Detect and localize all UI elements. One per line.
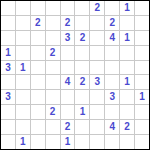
cell-r5c5[interactable]: [61, 61, 75, 75]
cell-r5c9[interactable]: [120, 61, 134, 75]
cell-r10c5[interactable]: 1: [61, 135, 75, 149]
cell-r10c1[interactable]: [1, 135, 15, 149]
cell-r1c8[interactable]: [105, 1, 119, 15]
cell-r3c1[interactable]: [1, 31, 15, 45]
cell-r4c3[interactable]: [31, 46, 45, 60]
cell-r4c5[interactable]: [61, 46, 75, 60]
cell-r7c3[interactable]: [31, 90, 45, 104]
cell-r4c9[interactable]: [120, 46, 134, 60]
cell-r10c10[interactable]: [135, 135, 149, 149]
cell-r5c4[interactable]: [46, 61, 60, 75]
cell-r8c8[interactable]: [105, 105, 119, 119]
cell-r1c7[interactable]: 2: [90, 1, 104, 15]
cell-r6c8[interactable]: [105, 75, 119, 89]
cell-r4c8[interactable]: [105, 46, 119, 60]
cell-r8c5[interactable]: [61, 105, 75, 119]
cell-r6c2[interactable]: [16, 75, 30, 89]
cell-r6c6[interactable]: 2: [75, 75, 89, 89]
cell-r4c10[interactable]: [135, 46, 149, 60]
cell-r7c1[interactable]: 3: [1, 90, 15, 104]
cell-r2c6[interactable]: [75, 16, 89, 30]
cell-r9c3[interactable]: [31, 120, 45, 134]
cell-r2c4[interactable]: [46, 16, 60, 30]
cell-r1c10[interactable]: [135, 1, 149, 15]
cell-r6c3[interactable]: [31, 75, 45, 89]
cell-r6c7[interactable]: 3: [90, 75, 104, 89]
cell-r4c4[interactable]: 2: [46, 46, 60, 60]
puzzle-board: 212223241123142313312124211: [0, 0, 150, 150]
cell-r9c2[interactable]: [16, 120, 30, 134]
cell-r1c5[interactable]: [61, 1, 75, 15]
cell-r1c6[interactable]: [75, 1, 89, 15]
cell-r8c2[interactable]: [16, 105, 30, 119]
cell-r9c4[interactable]: [46, 120, 60, 134]
cell-r5c3[interactable]: [31, 61, 45, 75]
cell-r8c4[interactable]: 2: [46, 105, 60, 119]
cell-r1c4[interactable]: [46, 1, 60, 15]
cell-r3c4[interactable]: [46, 31, 60, 45]
cell-r9c7[interactable]: [90, 120, 104, 134]
cell-r9c1[interactable]: [1, 120, 15, 134]
cell-r5c6[interactable]: [75, 61, 89, 75]
cell-r5c7[interactable]: [90, 61, 104, 75]
cell-r2c8[interactable]: 2: [105, 16, 119, 30]
cell-r4c1[interactable]: 1: [1, 46, 15, 60]
cell-r2c5[interactable]: 2: [61, 16, 75, 30]
cell-r9c10[interactable]: [135, 120, 149, 134]
cell-r9c8[interactable]: 4: [105, 120, 119, 134]
cell-r2c9[interactable]: [120, 16, 134, 30]
cell-r3c10[interactable]: [135, 31, 149, 45]
cell-r3c5[interactable]: 3: [61, 31, 75, 45]
cell-r5c10[interactable]: [135, 61, 149, 75]
cell-r7c2[interactable]: [16, 90, 30, 104]
cell-r1c3[interactable]: [31, 1, 45, 15]
cell-r10c2[interactable]: 1: [16, 135, 30, 149]
cell-r8c6[interactable]: 1: [75, 105, 89, 119]
cell-r8c10[interactable]: [135, 105, 149, 119]
cell-r2c1[interactable]: [1, 16, 15, 30]
cell-r7c9[interactable]: [120, 90, 134, 104]
cell-r10c3[interactable]: [31, 135, 45, 149]
cell-r6c4[interactable]: [46, 75, 60, 89]
cell-r8c9[interactable]: [120, 105, 134, 119]
cell-r4c6[interactable]: [75, 46, 89, 60]
cell-r5c2[interactable]: 1: [16, 61, 30, 75]
cell-r8c1[interactable]: [1, 105, 15, 119]
cell-r5c1[interactable]: 3: [1, 61, 15, 75]
cell-r7c10[interactable]: 1: [135, 90, 149, 104]
cell-r1c1[interactable]: [1, 1, 15, 15]
cell-r4c7[interactable]: [90, 46, 104, 60]
cell-r9c5[interactable]: 2: [61, 120, 75, 134]
cell-r1c9[interactable]: 1: [120, 1, 134, 15]
cell-r8c7[interactable]: [90, 105, 104, 119]
cell-r3c8[interactable]: 4: [105, 31, 119, 45]
cell-r10c4[interactable]: [46, 135, 60, 149]
cell-r6c1[interactable]: [1, 75, 15, 89]
cell-r2c2[interactable]: [16, 16, 30, 30]
cell-r3c2[interactable]: [16, 31, 30, 45]
cell-r6c10[interactable]: [135, 75, 149, 89]
cell-r9c6[interactable]: [75, 120, 89, 134]
cell-r7c6[interactable]: [75, 90, 89, 104]
cell-r7c7[interactable]: [90, 90, 104, 104]
cell-r9c9[interactable]: 2: [120, 120, 134, 134]
cell-r3c7[interactable]: [90, 31, 104, 45]
cell-r10c9[interactable]: [120, 135, 134, 149]
cell-r2c3[interactable]: 2: [31, 16, 45, 30]
cell-r7c4[interactable]: [46, 90, 60, 104]
cell-r10c7[interactable]: [90, 135, 104, 149]
cell-r6c9[interactable]: 1: [120, 75, 134, 89]
cell-r3c6[interactable]: 2: [75, 31, 89, 45]
cell-r10c6[interactable]: [75, 135, 89, 149]
cell-r1c2[interactable]: [16, 1, 30, 15]
cell-r7c5[interactable]: [61, 90, 75, 104]
cell-r2c10[interactable]: [135, 16, 149, 30]
cell-r2c7[interactable]: [90, 16, 104, 30]
cell-r3c3[interactable]: [31, 31, 45, 45]
cell-r4c2[interactable]: [16, 46, 30, 60]
cell-r10c8[interactable]: [105, 135, 119, 149]
cell-r3c9[interactable]: 1: [120, 31, 134, 45]
cell-r7c8[interactable]: 3: [105, 90, 119, 104]
cell-r8c3[interactable]: [31, 105, 45, 119]
cell-r6c5[interactable]: 4: [61, 75, 75, 89]
cell-r5c8[interactable]: [105, 61, 119, 75]
